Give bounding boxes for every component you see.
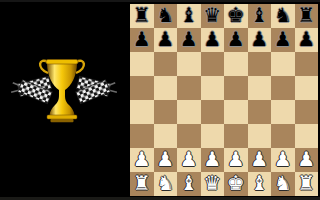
piece-white-knight: ♞: [156, 173, 174, 193]
square-b6[interactable]: [154, 52, 178, 76]
square-f2[interactable]: ♟: [248, 148, 272, 172]
piece-black-knight: ♞: [274, 5, 292, 25]
square-b5[interactable]: [154, 76, 178, 100]
square-g4[interactable]: [271, 100, 295, 124]
trophy-icon: [8, 56, 120, 136]
square-h3[interactable]: [295, 124, 319, 148]
piece-white-rook: ♜: [133, 173, 151, 193]
chess-board: ♜♞♝♛♚♝♞♜♟♟♟♟♟♟♟♟♟♟♟♟♟♟♟♟♜♞♝♛♚♝♞♜: [130, 4, 318, 196]
piece-black-king: ♚: [227, 5, 245, 25]
square-f4[interactable]: [248, 100, 272, 124]
square-e8[interactable]: ♚: [224, 4, 248, 28]
piece-black-pawn: ♟: [227, 29, 245, 49]
square-c8[interactable]: ♝: [177, 4, 201, 28]
square-g5[interactable]: [271, 76, 295, 100]
square-e7[interactable]: ♟: [224, 28, 248, 52]
piece-black-knight: ♞: [156, 5, 174, 25]
checkered-flags-left-icon: [10, 76, 53, 104]
square-d2[interactable]: ♟: [201, 148, 225, 172]
piece-white-rook: ♜: [297, 173, 315, 193]
piece-white-king: ♚: [227, 173, 245, 193]
square-g3[interactable]: [271, 124, 295, 148]
square-c4[interactable]: [177, 100, 201, 124]
piece-black-pawn: ♟: [274, 29, 292, 49]
square-d1[interactable]: ♛: [201, 172, 225, 196]
square-f8[interactable]: ♝: [248, 4, 272, 28]
piece-white-pawn: ♟: [203, 149, 221, 169]
piece-black-queen: ♛: [203, 5, 221, 25]
square-f1[interactable]: ♝: [248, 172, 272, 196]
square-d7[interactable]: ♟: [201, 28, 225, 52]
piece-white-bishop: ♝: [180, 173, 198, 193]
square-h6[interactable]: [295, 52, 319, 76]
square-c7[interactable]: ♟: [177, 28, 201, 52]
checkered-flags-right-icon: [76, 76, 119, 104]
piece-black-bishop: ♝: [250, 5, 268, 25]
square-h7[interactable]: ♟: [295, 28, 319, 52]
piece-black-pawn: ♟: [297, 29, 315, 49]
square-d4[interactable]: [201, 100, 225, 124]
piece-black-bishop: ♝: [180, 5, 198, 25]
piece-black-pawn: ♟: [203, 29, 221, 49]
trophy-base-shadow: [51, 119, 74, 122]
square-c2[interactable]: ♟: [177, 148, 201, 172]
square-f5[interactable]: [248, 76, 272, 100]
square-h4[interactable]: [295, 100, 319, 124]
square-b3[interactable]: [154, 124, 178, 148]
piece-white-knight: ♞: [274, 173, 292, 193]
square-d8[interactable]: ♛: [201, 4, 225, 28]
square-b7[interactable]: ♟: [154, 28, 178, 52]
square-h8[interactable]: ♜: [295, 4, 319, 28]
square-f7[interactable]: ♟: [248, 28, 272, 52]
piece-white-bishop: ♝: [250, 173, 268, 193]
square-a1[interactable]: ♜: [130, 172, 154, 196]
square-d6[interactable]: [201, 52, 225, 76]
square-a4[interactable]: [130, 100, 154, 124]
square-a2[interactable]: ♟: [130, 148, 154, 172]
square-b1[interactable]: ♞: [154, 172, 178, 196]
square-d5[interactable]: [201, 76, 225, 100]
piece-white-pawn: ♟: [297, 149, 315, 169]
window-edge-top: [0, 0, 320, 2]
piece-black-rook: ♜: [133, 5, 151, 25]
square-b2[interactable]: ♟: [154, 148, 178, 172]
square-g6[interactable]: [271, 52, 295, 76]
trophy-rim: [46, 60, 78, 65]
square-g2[interactable]: ♟: [271, 148, 295, 172]
square-g7[interactable]: ♟: [271, 28, 295, 52]
square-e5[interactable]: [224, 76, 248, 100]
square-c3[interactable]: [177, 124, 201, 148]
window-edge-bottom: [0, 197, 320, 200]
square-c1[interactable]: ♝: [177, 172, 201, 196]
piece-white-pawn: ♟: [227, 149, 245, 169]
piece-black-pawn: ♟: [250, 29, 268, 49]
square-e6[interactable]: [224, 52, 248, 76]
square-d3[interactable]: [201, 124, 225, 148]
piece-black-pawn: ♟: [180, 29, 198, 49]
square-f3[interactable]: [248, 124, 272, 148]
square-a8[interactable]: ♜: [130, 4, 154, 28]
square-c5[interactable]: [177, 76, 201, 100]
square-g1[interactable]: ♞: [271, 172, 295, 196]
scene: ♜♞♝♛♚♝♞♜♟♟♟♟♟♟♟♟♟♟♟♟♟♟♟♟♜♞♝♛♚♝♞♜: [0, 0, 320, 200]
square-a3[interactable]: [130, 124, 154, 148]
square-e4[interactable]: [224, 100, 248, 124]
piece-white-pawn: ♟: [274, 149, 292, 169]
piece-black-rook: ♜: [297, 5, 315, 25]
square-a6[interactable]: [130, 52, 154, 76]
square-h2[interactable]: ♟: [295, 148, 319, 172]
piece-black-pawn: ♟: [156, 29, 174, 49]
piece-black-pawn: ♟: [133, 29, 151, 49]
square-a5[interactable]: [130, 76, 154, 100]
square-g8[interactable]: ♞: [271, 4, 295, 28]
square-e3[interactable]: [224, 124, 248, 148]
piece-white-pawn: ♟: [156, 149, 174, 169]
square-h5[interactable]: [295, 76, 319, 100]
trophy-base: [47, 115, 77, 119]
square-a7[interactable]: ♟: [130, 28, 154, 52]
trophy-graphic: [8, 56, 120, 136]
square-c6[interactable]: [177, 52, 201, 76]
square-b8[interactable]: ♞: [154, 4, 178, 28]
square-e1[interactable]: ♚: [224, 172, 248, 196]
square-f6[interactable]: [248, 52, 272, 76]
piece-white-pawn: ♟: [180, 149, 198, 169]
piece-white-pawn: ♟: [250, 149, 268, 169]
piece-white-pawn: ♟: [133, 149, 151, 169]
square-b4[interactable]: [154, 100, 178, 124]
square-e2[interactable]: ♟: [224, 148, 248, 172]
piece-white-queen: ♛: [203, 173, 221, 193]
square-h1[interactable]: ♜: [295, 172, 319, 196]
